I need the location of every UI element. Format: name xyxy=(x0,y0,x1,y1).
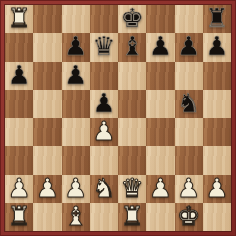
square-c1[interactable]: ♝ xyxy=(62,203,90,231)
square-c2[interactable]: ♟ xyxy=(62,175,90,203)
piece-black-pawn[interactable]: ♟ xyxy=(64,62,87,88)
square-b2[interactable]: ♟ xyxy=(33,175,61,203)
piece-white-queen[interactable]: ♛ xyxy=(120,175,143,201)
square-d2[interactable]: ♞ xyxy=(90,175,118,203)
square-c6[interactable]: ♟ xyxy=(62,62,90,90)
square-h5[interactable] xyxy=(203,90,231,118)
square-e2[interactable]: ♛ xyxy=(118,175,146,203)
square-b8[interactable] xyxy=(33,5,61,33)
square-g7[interactable]: ♟ xyxy=(175,33,203,61)
square-a1[interactable]: ♜ xyxy=(5,203,33,231)
square-e5[interactable] xyxy=(118,90,146,118)
square-f8[interactable] xyxy=(146,5,174,33)
square-b6[interactable] xyxy=(33,62,61,90)
piece-black-bishop[interactable]: ♝ xyxy=(120,33,143,59)
square-g2[interactable]: ♟ xyxy=(175,175,203,203)
square-e8[interactable]: ♚ xyxy=(118,5,146,33)
square-a4[interactable] xyxy=(5,118,33,146)
square-h2[interactable]: ♟ xyxy=(203,175,231,203)
piece-white-rook[interactable]: ♜ xyxy=(7,5,30,31)
piece-white-rook[interactable]: ♜ xyxy=(7,203,30,229)
square-f5[interactable] xyxy=(146,90,174,118)
piece-black-king[interactable]: ♚ xyxy=(120,5,143,31)
square-d5[interactable]: ♟ xyxy=(90,90,118,118)
square-h8[interactable]: ♜ xyxy=(203,5,231,33)
square-d3[interactable] xyxy=(90,146,118,174)
square-d7[interactable]: ♛ xyxy=(90,33,118,61)
square-a5[interactable] xyxy=(5,90,33,118)
square-h6[interactable] xyxy=(203,62,231,90)
square-f1[interactable] xyxy=(146,203,174,231)
square-b4[interactable] xyxy=(33,118,61,146)
square-b3[interactable] xyxy=(33,146,61,174)
piece-black-rook[interactable]: ♜ xyxy=(205,5,228,31)
piece-black-pawn[interactable]: ♟ xyxy=(7,62,30,88)
piece-white-pawn[interactable]: ♟ xyxy=(7,175,30,201)
square-h1[interactable] xyxy=(203,203,231,231)
square-f4[interactable] xyxy=(146,118,174,146)
square-f6[interactable] xyxy=(146,62,174,90)
square-c8[interactable] xyxy=(62,5,90,33)
square-h3[interactable] xyxy=(203,146,231,174)
square-a2[interactable]: ♟ xyxy=(5,175,33,203)
square-g3[interactable] xyxy=(175,146,203,174)
piece-white-king[interactable]: ♚ xyxy=(177,203,200,229)
piece-white-pawn[interactable]: ♟ xyxy=(205,175,228,201)
chess-board: ♜♚♜♟♛♝♟♟♟♟♟♟♞♟♟♟♟♞♛♟♟♟♜♝♜♚ xyxy=(5,5,231,231)
square-g5[interactable]: ♞ xyxy=(175,90,203,118)
square-g4[interactable] xyxy=(175,118,203,146)
square-e4[interactable] xyxy=(118,118,146,146)
square-d6[interactable] xyxy=(90,62,118,90)
square-h7[interactable]: ♟ xyxy=(203,33,231,61)
piece-black-pawn[interactable]: ♟ xyxy=(177,33,200,59)
square-c3[interactable] xyxy=(62,146,90,174)
square-b7[interactable] xyxy=(33,33,61,61)
board-frame: ♜♚♜♟♛♝♟♟♟♟♟♟♞♟♟♟♟♞♛♟♟♟♜♝♜♚ xyxy=(0,0,236,236)
square-a6[interactable]: ♟ xyxy=(5,62,33,90)
piece-black-pawn[interactable]: ♟ xyxy=(205,33,228,59)
square-b5[interactable] xyxy=(33,90,61,118)
square-g1[interactable]: ♚ xyxy=(175,203,203,231)
square-a7[interactable] xyxy=(5,33,33,61)
piece-black-pawn[interactable]: ♟ xyxy=(92,90,115,116)
square-e7[interactable]: ♝ xyxy=(118,33,146,61)
piece-black-pawn[interactable]: ♟ xyxy=(149,33,172,59)
square-d8[interactable] xyxy=(90,5,118,33)
piece-white-knight[interactable]: ♞ xyxy=(92,175,115,201)
square-g6[interactable] xyxy=(175,62,203,90)
square-d4[interactable]: ♟ xyxy=(90,118,118,146)
piece-white-pawn[interactable]: ♟ xyxy=(92,118,115,144)
piece-white-pawn[interactable]: ♟ xyxy=(64,175,87,201)
square-c5[interactable] xyxy=(62,90,90,118)
piece-black-pawn[interactable]: ♟ xyxy=(64,33,87,59)
piece-black-knight[interactable]: ♞ xyxy=(177,90,200,116)
square-c4[interactable] xyxy=(62,118,90,146)
piece-black-queen[interactable]: ♛ xyxy=(92,33,115,59)
square-h4[interactable] xyxy=(203,118,231,146)
square-a3[interactable] xyxy=(5,146,33,174)
square-b1[interactable] xyxy=(33,203,61,231)
piece-white-pawn[interactable]: ♟ xyxy=(36,175,59,201)
square-d1[interactable] xyxy=(90,203,118,231)
square-f7[interactable]: ♟ xyxy=(146,33,174,61)
piece-white-pawn[interactable]: ♟ xyxy=(177,175,200,201)
square-e6[interactable] xyxy=(118,62,146,90)
piece-white-bishop[interactable]: ♝ xyxy=(64,203,87,229)
square-f2[interactable]: ♟ xyxy=(146,175,174,203)
piece-white-pawn[interactable]: ♟ xyxy=(149,175,172,201)
square-g8[interactable] xyxy=(175,5,203,33)
square-a8[interactable]: ♜ xyxy=(5,5,33,33)
square-f3[interactable] xyxy=(146,146,174,174)
square-e1[interactable]: ♜ xyxy=(118,203,146,231)
square-e3[interactable] xyxy=(118,146,146,174)
square-c7[interactable]: ♟ xyxy=(62,33,90,61)
piece-white-rook[interactable]: ♜ xyxy=(120,203,143,229)
